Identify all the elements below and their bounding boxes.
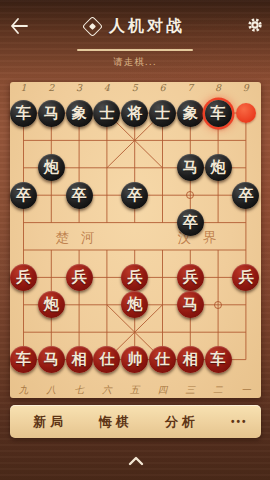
- piece-red-rook[interactable]: 车: [205, 346, 232, 373]
- piece-black-elephant[interactable]: 象: [177, 100, 204, 127]
- piece-char: 卒: [183, 215, 198, 230]
- piece-red-rook[interactable]: 车: [10, 346, 37, 373]
- piece-char: 仕: [155, 352, 170, 367]
- piece-black-elephant[interactable]: 象: [66, 100, 93, 127]
- piece-red-horse[interactable]: 马: [38, 346, 65, 373]
- piece-char: 兵: [183, 270, 198, 285]
- page-title: 人机对战: [109, 16, 185, 37]
- piece-black-horse[interactable]: 马: [38, 100, 65, 127]
- piece-char: 兵: [127, 270, 142, 285]
- settings-button[interactable]: [246, 16, 264, 34]
- piece-red-advisor[interactable]: 仕: [149, 346, 176, 373]
- more-button[interactable]: •••: [231, 416, 248, 427]
- piece-char: 卒: [16, 188, 31, 203]
- app-window: 人机对战 请走棋... 楚河 汉界 123456789九八七六五四三二一车马象士…: [0, 0, 270, 480]
- piece-black-pawn[interactable]: 卒: [121, 182, 148, 209]
- piece-char: 炮: [127, 297, 142, 312]
- piece-char: 将: [127, 106, 142, 121]
- piece-red-horse[interactable]: 马: [177, 291, 204, 318]
- piece-char: 象: [183, 106, 198, 121]
- piece-red-pawn[interactable]: 兵: [66, 264, 93, 291]
- piece-red-pawn[interactable]: 兵: [121, 264, 148, 291]
- piece-black-general[interactable]: 将: [121, 100, 148, 127]
- point-marker: [214, 301, 222, 309]
- piece-black-pawn[interactable]: 卒: [66, 182, 93, 209]
- piece-red-elephant[interactable]: 相: [177, 346, 204, 373]
- undo-move-button[interactable]: 悔棋: [99, 413, 133, 431]
- piece-black-pawn[interactable]: 卒: [177, 209, 204, 236]
- header: 人机对战: [0, 10, 270, 42]
- title-underline: [77, 49, 193, 51]
- piece-red-cannon[interactable]: 炮: [38, 291, 65, 318]
- piece-char: 炮: [44, 160, 59, 175]
- piece-black-pawn[interactable]: 卒: [232, 182, 259, 209]
- collapse-panel-button[interactable]: [128, 452, 146, 464]
- piece-black-cannon[interactable]: 炮: [38, 154, 65, 181]
- piece-char: 卒: [127, 188, 142, 203]
- bottom-toolbar: 新局 悔棋 分析 •••: [10, 405, 261, 438]
- piece-char: 相: [72, 352, 87, 367]
- piece-black-pawn[interactable]: 卒: [10, 182, 37, 209]
- piece-char: 车: [211, 106, 226, 121]
- piece-black-advisor[interactable]: 士: [149, 100, 176, 127]
- mode-diamond-icon: [82, 15, 103, 36]
- piece-char: 仕: [99, 352, 114, 367]
- piece-char: 车: [16, 106, 31, 121]
- piece-black-cannon[interactable]: 炮: [205, 154, 232, 181]
- last-move-origin-marker: [236, 103, 256, 123]
- piece-char: 车: [16, 352, 31, 367]
- status-text: 请走棋...: [0, 56, 270, 69]
- piece-red-pawn[interactable]: 兵: [177, 264, 204, 291]
- piece-char: 马: [183, 297, 198, 312]
- title-group: 人机对战: [0, 10, 270, 42]
- piece-char: 帅: [127, 352, 142, 367]
- piece-char: 士: [99, 106, 114, 121]
- piece-char: 马: [44, 106, 59, 121]
- piece-char: 相: [183, 352, 198, 367]
- piece-char: 象: [72, 106, 87, 121]
- piece-char: 炮: [211, 160, 226, 175]
- piece-char: 兵: [72, 270, 87, 285]
- piece-char: 士: [155, 106, 170, 121]
- piece-char: 马: [44, 352, 59, 367]
- piece-black-horse[interactable]: 马: [177, 154, 204, 181]
- piece-char: 炮: [44, 297, 59, 312]
- analysis-button[interactable]: 分析: [165, 413, 199, 431]
- piece-char: 卒: [72, 188, 87, 203]
- piece-char: 车: [211, 352, 226, 367]
- gear-icon: [246, 16, 264, 34]
- piece-char: 马: [183, 160, 198, 175]
- piece-black-advisor[interactable]: 士: [93, 100, 120, 127]
- piece-char: 兵: [16, 270, 31, 285]
- piece-black-rook[interactable]: 车: [10, 100, 37, 127]
- piece-char: 卒: [238, 188, 253, 203]
- xiangqi-board[interactable]: 楚河 汉界 123456789九八七六五四三二一车马象士将士象车炮马炮卒卒卒卒卒…: [10, 82, 261, 398]
- piece-char: 兵: [238, 270, 253, 285]
- new-game-button[interactable]: 新局: [33, 413, 67, 431]
- piece-red-pawn[interactable]: 兵: [10, 264, 37, 291]
- chevron-up-icon: [128, 456, 144, 466]
- piece-red-elephant[interactable]: 相: [66, 346, 93, 373]
- piece-black-rook[interactable]: 车: [205, 100, 232, 127]
